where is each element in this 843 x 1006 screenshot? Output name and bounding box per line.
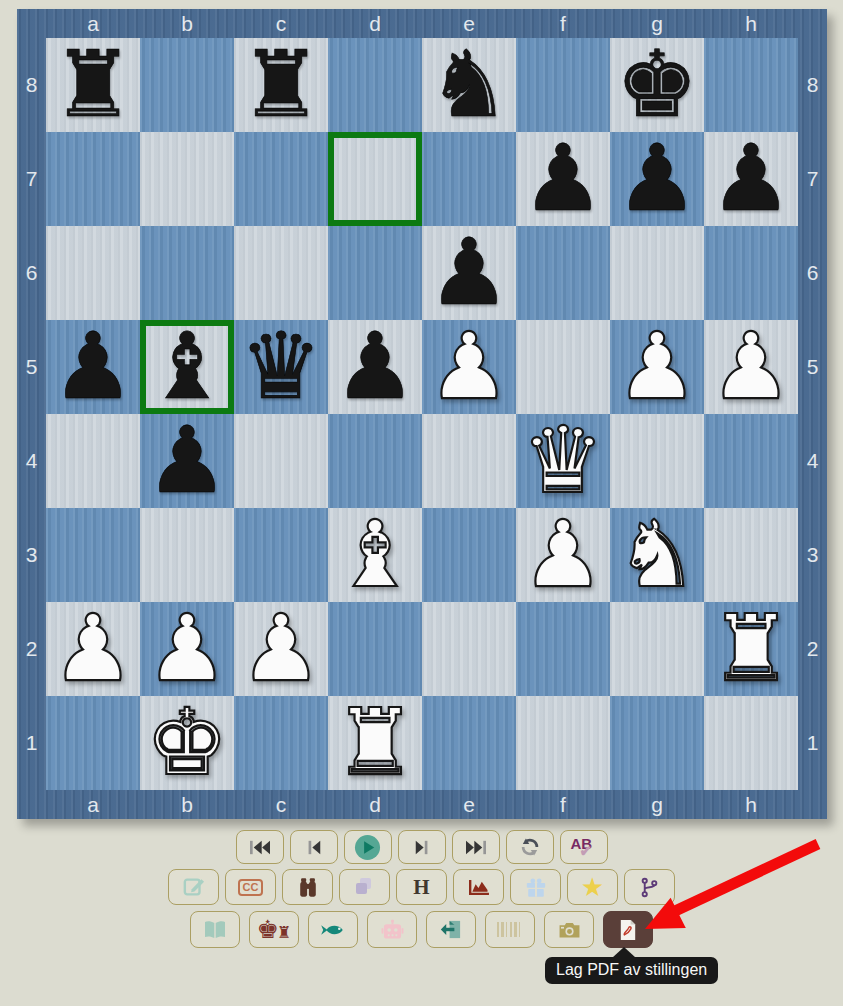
- camera-icon: [558, 921, 581, 939]
- piece-bP-f7: ♟: [522, 132, 604, 226]
- square-a7[interactable]: [46, 132, 140, 226]
- chess-board: abcdefgh abcdefgh 87654321 87654321 ♜♜♞♚…: [17, 9, 827, 819]
- chess-pieces-icon: ♚♜: [257, 917, 292, 942]
- gift-icon: [525, 877, 547, 898]
- square-g3[interactable]: ♞: [610, 508, 704, 602]
- exit-icon: [440, 919, 463, 940]
- square-a4[interactable]: [46, 414, 140, 508]
- barcode-button[interactable]: [485, 911, 535, 948]
- square-h7[interactable]: ♟: [704, 132, 798, 226]
- square-f3[interactable]: ♟: [516, 508, 610, 602]
- code-branch-icon: [639, 877, 660, 898]
- piece-wR-h2: ♜: [710, 602, 792, 696]
- piece-bR-c8: ♜: [240, 38, 322, 132]
- piece-bP-h7: ♟: [710, 132, 792, 226]
- toolbar-row-export: ♚♜: [0, 911, 843, 948]
- coord-label-5: 5: [17, 320, 46, 414]
- skip-end-icon: [465, 840, 487, 855]
- square-e2[interactable]: [422, 602, 516, 696]
- square-f4[interactable]: ♛: [516, 414, 610, 508]
- next-move-button[interactable]: [398, 830, 446, 864]
- coord-label-4: 4: [17, 414, 46, 508]
- robot-icon: [381, 919, 404, 940]
- star-icon: ★: [581, 874, 604, 900]
- square-c2[interactable]: ♟: [234, 602, 328, 696]
- copy-icon: [356, 878, 374, 896]
- piece-wP-b2: ♟: [146, 602, 228, 696]
- square-d2[interactable]: [328, 602, 422, 696]
- square-h6[interactable]: [704, 226, 798, 320]
- square-b5[interactable]: ♝: [140, 320, 234, 414]
- square-f8[interactable]: [516, 38, 610, 132]
- play-icon: [354, 834, 381, 861]
- fish-icon: [320, 922, 346, 938]
- piece-wP-h5: ♟: [710, 320, 792, 414]
- square-d1[interactable]: ♜: [328, 696, 422, 790]
- piece-wB-d3: ♝: [334, 508, 416, 602]
- piece-bB-b5: ♝: [146, 320, 228, 414]
- play-button[interactable]: [344, 830, 392, 864]
- piece-wN-g3: ♞: [616, 508, 698, 602]
- opening-book-button[interactable]: [190, 911, 240, 948]
- coord-label-g: g: [610, 790, 704, 819]
- square-g8[interactable]: ♚: [610, 38, 704, 132]
- piece-bP-a5: ♟: [52, 320, 134, 414]
- square-g5[interactable]: ♟: [610, 320, 704, 414]
- piece-wP-a2: ♟: [52, 602, 134, 696]
- toolbar-row-tools: CCH★: [0, 869, 843, 905]
- camera-button[interactable]: [544, 911, 594, 948]
- cc-icon: CC: [238, 879, 264, 896]
- square-c4[interactable]: [234, 414, 328, 508]
- square-f7[interactable]: ♟: [516, 132, 610, 226]
- coord-label-b: b: [140, 9, 234, 38]
- coord-label-6: 6: [17, 226, 46, 320]
- square-a1[interactable]: [46, 696, 140, 790]
- square-a3[interactable]: [46, 508, 140, 602]
- square-d7[interactable]: [328, 132, 422, 226]
- coord-label-2: 2: [798, 602, 827, 696]
- pdf-file-icon: [619, 919, 637, 941]
- coord-label-2: 2: [17, 602, 46, 696]
- square-f1[interactable]: [516, 696, 610, 790]
- square-a6[interactable]: [46, 226, 140, 320]
- chess-pieces-button[interactable]: ♚♜: [249, 911, 299, 948]
- square-c1[interactable]: [234, 696, 328, 790]
- coord-label-8: 8: [17, 38, 46, 132]
- go-to-last-move-button[interactable]: [452, 830, 500, 864]
- square-b7[interactable]: [140, 132, 234, 226]
- previous-move-button[interactable]: [290, 830, 338, 864]
- square-b8[interactable]: [140, 38, 234, 132]
- toolbar-row-playback: AB✔: [0, 830, 843, 864]
- coord-label-f: f: [516, 9, 610, 38]
- square-b4[interactable]: ♟: [140, 414, 234, 508]
- square-g7[interactable]: ♟: [610, 132, 704, 226]
- piece-wP-e5: ♟: [428, 320, 510, 414]
- square-e8[interactable]: ♞: [422, 38, 516, 132]
- piece-bK-g8: ♚: [616, 38, 698, 132]
- square-a8[interactable]: ♜: [46, 38, 140, 132]
- piece-wP-c2: ♟: [240, 602, 322, 696]
- square-e5[interactable]: ♟: [422, 320, 516, 414]
- coord-label-4: 4: [798, 414, 827, 508]
- step-forward-icon: [411, 840, 433, 855]
- piece-wP-g5: ♟: [616, 320, 698, 414]
- board-squares: ♜♜♞♚♟♟♟♟♟♝♛♟♟♟♟♟♛♝♟♞♟♟♟♜♚♜: [46, 38, 798, 790]
- square-d6[interactable]: [328, 226, 422, 320]
- coord-label-e: e: [422, 790, 516, 819]
- piece-wQ-f4: ♛: [522, 414, 604, 508]
- refresh-button[interactable]: [506, 830, 554, 864]
- coord-label-d: d: [328, 9, 422, 38]
- refresh-icon: [519, 836, 541, 858]
- square-e3[interactable]: [422, 508, 516, 602]
- coord-label-6: 6: [798, 226, 827, 320]
- coord-label-3: 3: [17, 508, 46, 602]
- square-c6[interactable]: [234, 226, 328, 320]
- coord-label-f: f: [516, 790, 610, 819]
- copy-button[interactable]: [339, 869, 390, 905]
- square-g4[interactable]: [610, 414, 704, 508]
- star-button[interactable]: ★: [567, 869, 618, 905]
- square-h8[interactable]: [704, 38, 798, 132]
- square-e7[interactable]: [422, 132, 516, 226]
- piece-bP-d5: ♟: [334, 320, 416, 414]
- coord-label-h: h: [704, 9, 798, 38]
- square-h2[interactable]: ♜: [704, 602, 798, 696]
- pdf-tooltip: Lag PDF av stillingen: [545, 957, 718, 984]
- square-d4[interactable]: [328, 414, 422, 508]
- spell-check-icon: AB✔: [571, 835, 597, 859]
- square-c8[interactable]: ♜: [234, 38, 328, 132]
- square-b3[interactable]: [140, 508, 234, 602]
- square-f6[interactable]: [516, 226, 610, 320]
- step-back-icon: [303, 840, 325, 855]
- barcode-icon: [497, 922, 523, 937]
- square-b2[interactable]: ♟: [140, 602, 234, 696]
- square-f5[interactable]: [516, 320, 610, 414]
- square-g2[interactable]: [610, 602, 704, 696]
- piece-wP-f3: ♟: [522, 508, 604, 602]
- binoculars-icon: [297, 877, 319, 898]
- edit-icon: [183, 876, 205, 898]
- piece-bP-e6: ♟: [428, 226, 510, 320]
- coord-label-a: a: [46, 790, 140, 819]
- square-a5[interactable]: ♟: [46, 320, 140, 414]
- stockfish-engine-button[interactable]: [308, 911, 358, 948]
- square-d5[interactable]: ♟: [328, 320, 422, 414]
- square-h3[interactable]: [704, 508, 798, 602]
- coord-label-5: 5: [798, 320, 827, 414]
- book-icon: [203, 920, 227, 940]
- coord-label-7: 7: [17, 132, 46, 226]
- gift-button[interactable]: [510, 869, 561, 905]
- piece-wK-b1: ♚: [146, 696, 228, 790]
- variation-tree-button[interactable]: [624, 869, 675, 905]
- square-e4[interactable]: [422, 414, 516, 508]
- piece-bQ-c5: ♛: [240, 320, 322, 414]
- piece-bR-a8: ♜: [52, 38, 134, 132]
- square-g6[interactable]: [610, 226, 704, 320]
- header-button[interactable]: H: [396, 869, 447, 905]
- chart-area-icon: [467, 878, 490, 897]
- robot-button[interactable]: [367, 911, 417, 948]
- coord-label-1: 1: [17, 696, 46, 790]
- square-d8[interactable]: [328, 38, 422, 132]
- coord-label-h: h: [704, 790, 798, 819]
- square-b1[interactable]: ♚: [140, 696, 234, 790]
- square-h1[interactable]: [704, 696, 798, 790]
- square-e1[interactable]: [422, 696, 516, 790]
- square-g1[interactable]: [610, 696, 704, 790]
- square-e6[interactable]: ♟: [422, 226, 516, 320]
- coord-label-3: 3: [798, 508, 827, 602]
- chart-button[interactable]: [453, 869, 504, 905]
- square-b6[interactable]: [140, 226, 234, 320]
- go-to-first-move-button[interactable]: [236, 830, 284, 864]
- import-position-button[interactable]: [426, 911, 476, 948]
- coord-label-c: c: [234, 790, 328, 819]
- coord-label-1: 1: [798, 696, 827, 790]
- h-icon: H: [413, 877, 429, 898]
- coord-label-7: 7: [798, 132, 827, 226]
- square-a2[interactable]: ♟: [46, 602, 140, 696]
- square-h4[interactable]: [704, 414, 798, 508]
- rank-labels-left: 87654321: [17, 38, 46, 790]
- square-d3[interactable]: ♝: [328, 508, 422, 602]
- piece-wR-d1: ♜: [334, 696, 416, 790]
- square-c7[interactable]: [234, 132, 328, 226]
- pdf-export-button[interactable]: [603, 911, 653, 948]
- square-c3[interactable]: [234, 508, 328, 602]
- edit-button[interactable]: [168, 869, 219, 905]
- piece-bP-b4: ♟: [146, 414, 228, 508]
- piece-bP-g7: ♟: [616, 132, 698, 226]
- square-c5[interactable]: ♛: [234, 320, 328, 414]
- square-h5[interactable]: ♟: [704, 320, 798, 414]
- coord-label-8: 8: [798, 38, 827, 132]
- spell-check-button[interactable]: AB✔: [560, 830, 608, 864]
- skip-start-icon: [249, 840, 271, 855]
- search-binoculars-button[interactable]: [282, 869, 333, 905]
- square-f2[interactable]: [516, 602, 610, 696]
- piece-bN-e8: ♞: [428, 38, 510, 132]
- closed-captions-button[interactable]: CC: [225, 869, 276, 905]
- rank-labels-right: 87654321: [798, 38, 827, 790]
